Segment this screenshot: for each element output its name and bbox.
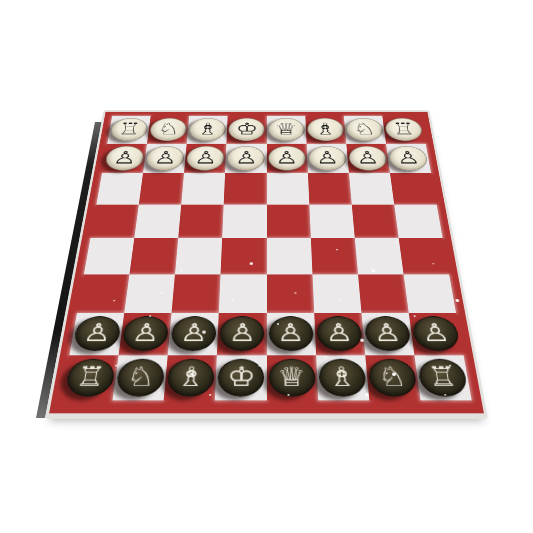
square-g4[interactable]	[134, 204, 181, 238]
piece-e7[interactable]: ♙	[219, 316, 264, 351]
piece-f8[interactable]: ♗	[166, 359, 215, 397]
square-d3[interactable]	[267, 173, 310, 204]
square-a4[interactable]	[394, 204, 443, 238]
square-g3[interactable]	[139, 173, 184, 204]
square-b5[interactable]	[355, 238, 404, 274]
white-B-glyph: ♗	[196, 121, 219, 137]
white-K-glyph: ♔	[236, 121, 259, 137]
square-g1[interactable]: ♘	[147, 116, 189, 144]
square-c7[interactable]: ♙	[314, 313, 365, 355]
white-P-glyph: ♙	[112, 149, 138, 166]
square-c6[interactable]	[312, 274, 361, 313]
white-P-glyph: ♙	[153, 149, 178, 166]
square-f2[interactable]: ♙	[184, 143, 226, 172]
piece-d1[interactable]: ♕	[268, 118, 305, 141]
piece-g2[interactable]: ♙	[145, 146, 185, 171]
square-g6[interactable]	[124, 274, 175, 313]
square-h8[interactable]: ♖	[61, 355, 118, 400]
piece-c8[interactable]: ♗	[318, 359, 367, 397]
square-e3[interactable]	[224, 173, 267, 204]
square-e1[interactable]: ♔	[227, 116, 267, 144]
black-R-glyph: ♖	[426, 363, 459, 390]
piece-f2[interactable]: ♙	[186, 146, 225, 171]
square-e7[interactable]: ♙	[217, 313, 266, 355]
piece-d7[interactable]: ♙	[268, 316, 313, 351]
piece-b2[interactable]: ♙	[348, 146, 388, 171]
square-g8[interactable]: ♘	[113, 355, 168, 400]
square-h4[interactable]	[90, 204, 139, 238]
black-P-glyph: ♙	[228, 321, 256, 346]
black-N-glyph: ♘	[125, 363, 157, 390]
black-Q-glyph: ♕	[277, 363, 306, 390]
square-a7[interactable]: ♙	[409, 313, 464, 355]
square-f1[interactable]: ♗	[187, 116, 228, 144]
white-B-glyph: ♗	[314, 121, 337, 137]
square-f7[interactable]: ♙	[168, 313, 219, 355]
black-P-glyph: ♙	[131, 321, 161, 346]
white-P-glyph: ♙	[235, 149, 258, 166]
piece-h1[interactable]: ♖	[109, 118, 149, 141]
piece-b1[interactable]: ♘	[345, 118, 384, 141]
black-P-glyph: ♙	[420, 321, 451, 346]
piece-a8[interactable]: ♖	[417, 359, 469, 397]
square-d4[interactable]	[267, 204, 311, 238]
square-c8[interactable]: ♗	[316, 355, 369, 400]
square-h5[interactable]	[84, 238, 134, 274]
square-e5[interactable]	[221, 238, 267, 274]
square-c5[interactable]	[311, 238, 358, 274]
piece-e2[interactable]: ♙	[227, 146, 265, 171]
square-c4[interactable]	[309, 204, 355, 238]
white-P-glyph: ♙	[315, 149, 339, 166]
piece-h8[interactable]: ♖	[64, 359, 116, 397]
black-B-glyph: ♗	[176, 363, 206, 390]
piece-c2[interactable]: ♙	[308, 146, 347, 171]
square-f8[interactable]: ♗	[164, 355, 217, 400]
square-f4[interactable]	[178, 204, 224, 238]
square-e6[interactable]	[219, 274, 266, 313]
black-B-glyph: ♗	[327, 363, 357, 390]
white-P-glyph: ♙	[194, 149, 218, 166]
piece-h7[interactable]: ♙	[72, 316, 122, 351]
piece-a7[interactable]: ♙	[411, 316, 461, 351]
piece-b8[interactable]: ♘	[367, 359, 418, 397]
black-P-glyph: ♙	[325, 321, 354, 346]
piece-f1[interactable]: ♗	[189, 118, 227, 141]
square-h6[interactable]	[77, 274, 130, 313]
square-h1[interactable]: ♖	[107, 116, 151, 144]
piece-h2[interactable]: ♙	[104, 146, 145, 171]
square-d6[interactable]	[267, 274, 314, 313]
white-Q-glyph: ♕	[275, 121, 298, 137]
piece-a1[interactable]: ♖	[384, 118, 424, 141]
square-c1[interactable]: ♗	[305, 116, 346, 144]
square-e8[interactable]: ♔	[215, 355, 266, 400]
black-P-glyph: ♙	[179, 321, 208, 346]
square-b8[interactable]: ♘	[365, 355, 420, 400]
photo-background: ♖♘♗♔♕♗♘♖♙♙♙♙♙♙♙♙♙♙♙♙♙♙♙♙♖♘♗♔♕♗♘♖	[0, 0, 533, 533]
black-P-glyph: ♙	[82, 321, 113, 346]
white-R-glyph: ♖	[117, 121, 142, 137]
square-d8[interactable]: ♕	[267, 355, 318, 400]
chessboard: ♖♘♗♔♕♗♘♖♙♙♙♙♙♙♙♙♙♙♙♙♙♙♙♙♖♘♗♔♕♗♘♖	[45, 110, 488, 419]
square-a6[interactable]	[403, 274, 456, 313]
piece-e8[interactable]: ♔	[217, 359, 264, 397]
piece-c1[interactable]: ♗	[307, 118, 345, 141]
square-h3[interactable]	[96, 173, 143, 204]
chessboard-grid: ♖♘♗♔♕♗♘♖♙♙♙♙♙♙♙♙♙♙♙♙♙♙♙♙♖♘♗♔♕♗♘♖	[61, 116, 471, 400]
board-anchor: ♖♘♗♔♕♗♘♖♙♙♙♙♙♙♙♙♙♙♙♙♙♙♙♙♖♘♗♔♕♗♘♖	[45, 0, 488, 419]
square-c3[interactable]	[308, 173, 352, 204]
square-f3[interactable]	[181, 173, 225, 204]
square-b6[interactable]	[358, 274, 409, 313]
square-h2[interactable]: ♙	[102, 143, 147, 172]
square-d2[interactable]: ♙	[267, 143, 308, 172]
square-b7[interactable]: ♙	[361, 313, 414, 355]
piece-d8[interactable]: ♕	[268, 359, 315, 397]
white-P-glyph: ♙	[355, 149, 380, 166]
piece-g7[interactable]: ♙	[121, 316, 169, 351]
square-g5[interactable]	[130, 238, 179, 274]
square-a8[interactable]: ♖	[414, 355, 471, 400]
square-a3[interactable]	[390, 173, 437, 204]
square-h7[interactable]: ♙	[69, 313, 124, 355]
white-P-glyph: ♙	[275, 149, 298, 166]
white-R-glyph: ♖	[391, 121, 416, 137]
square-b1[interactable]: ♘	[344, 116, 386, 144]
square-d5[interactable]	[267, 238, 313, 274]
piece-f7[interactable]: ♙	[170, 316, 217, 351]
square-g2[interactable]: ♙	[143, 143, 187, 172]
black-P-glyph: ♙	[372, 321, 402, 346]
white-P-glyph: ♙	[395, 149, 421, 166]
square-a5[interactable]	[399, 238, 449, 274]
square-b3[interactable]	[349, 173, 394, 204]
black-P-glyph: ♙	[277, 321, 305, 346]
square-a2[interactable]: ♙	[386, 143, 431, 172]
square-f5[interactable]	[175, 238, 222, 274]
square-b4[interactable]	[352, 204, 399, 238]
square-e2[interactable]: ♙	[225, 143, 266, 172]
square-g7[interactable]: ♙	[119, 313, 172, 355]
black-R-glyph: ♖	[74, 363, 107, 390]
square-c2[interactable]: ♙	[306, 143, 348, 172]
black-K-glyph: ♔	[227, 363, 256, 390]
black-N-glyph: ♘	[376, 363, 408, 390]
square-e4[interactable]	[222, 204, 266, 238]
square-d1[interactable]: ♕	[267, 116, 307, 144]
piece-g1[interactable]: ♘	[149, 118, 188, 141]
piece-e1[interactable]: ♔	[228, 118, 265, 141]
white-N-glyph: ♘	[156, 121, 180, 137]
square-d7[interactable]: ♙	[267, 313, 316, 355]
piece-c7[interactable]: ♙	[316, 316, 363, 351]
piece-d2[interactable]: ♙	[268, 146, 306, 171]
white-N-glyph: ♘	[352, 121, 376, 137]
square-b2[interactable]: ♙	[346, 143, 390, 172]
piece-a2[interactable]: ♙	[388, 146, 429, 171]
square-f6[interactable]	[172, 274, 221, 313]
piece-b7[interactable]: ♙	[363, 316, 411, 351]
square-a1[interactable]: ♖	[382, 116, 426, 144]
piece-g8[interactable]: ♘	[115, 359, 166, 397]
